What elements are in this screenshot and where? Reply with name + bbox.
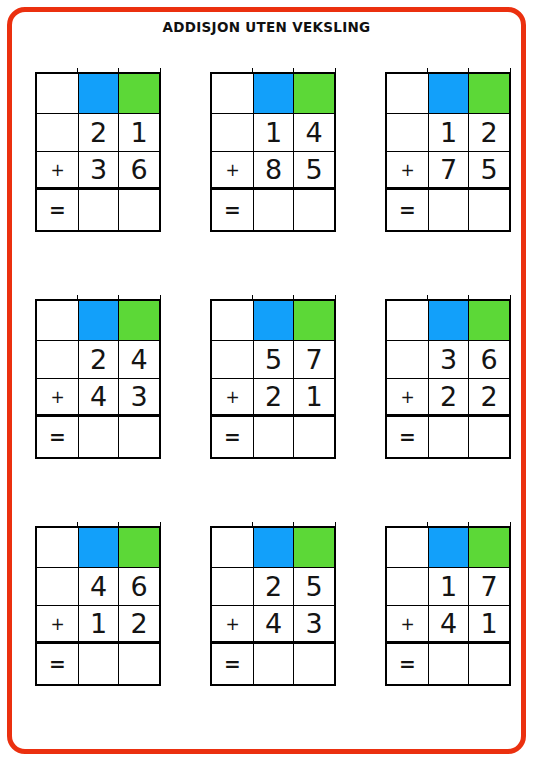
addend1-ones-digit: 5	[294, 568, 334, 606]
worksheet-page: ADDISJON UTEN VEKSLING 2 1 + 3 6 = 1 4 +…	[0, 0, 533, 761]
sum-tens-answer-cell[interactable]	[254, 644, 294, 684]
addend2-tens-digit: 2	[254, 379, 294, 417]
addend2-ones-digit: 2	[469, 379, 509, 417]
header-spacer-cell	[212, 74, 254, 114]
addend2-ones-digit: 6	[119, 152, 159, 190]
addend2-tens-digit: 4	[79, 379, 119, 417]
tens-column-header-cell	[254, 301, 294, 341]
sum-tens-answer-cell[interactable]	[79, 644, 119, 684]
sum-tens-answer-cell[interactable]	[429, 644, 469, 684]
ones-column-header-cell	[294, 74, 334, 114]
plus-operator: +	[387, 606, 429, 644]
sum-ones-answer-cell[interactable]	[119, 644, 159, 684]
tens-column-header-cell	[254, 74, 294, 114]
addend1-ones-digit: 7	[469, 568, 509, 606]
addend1-tens-digit: 4	[79, 568, 119, 606]
addend2-tens-digit: 8	[254, 152, 294, 190]
addend1-tens-digit: 2	[254, 568, 294, 606]
equals-operator: =	[387, 190, 429, 230]
addition-problem-grid: 2 4 + 4 3 =	[35, 299, 161, 459]
addend1-tens-digit: 1	[254, 114, 294, 152]
header-spacer-cell	[37, 74, 79, 114]
equals-operator: =	[212, 190, 254, 230]
addend1-ones-digit: 6	[119, 568, 159, 606]
operator-spacer-cell	[212, 341, 254, 379]
tens-column-header-cell	[429, 301, 469, 341]
sum-tens-answer-cell[interactable]	[429, 417, 469, 457]
plus-operator: +	[387, 152, 429, 190]
operator-spacer-cell	[37, 114, 79, 152]
addend1-ones-digit: 2	[469, 114, 509, 152]
addend1-ones-digit: 4	[294, 114, 334, 152]
operator-spacer-cell	[387, 568, 429, 606]
addend2-tens-digit: 2	[429, 379, 469, 417]
addend1-ones-digit: 6	[469, 341, 509, 379]
ones-column-header-cell	[469, 528, 509, 568]
sum-ones-answer-cell[interactable]	[119, 190, 159, 230]
tens-column-header-cell	[79, 528, 119, 568]
addend2-tens-digit: 7	[429, 152, 469, 190]
plus-operator: +	[37, 606, 79, 644]
ones-column-header-cell	[294, 528, 334, 568]
header-spacer-cell	[387, 74, 429, 114]
sum-ones-answer-cell[interactable]	[469, 417, 509, 457]
addition-problem-grid: 2 1 + 3 6 =	[35, 72, 161, 232]
sum-ones-answer-cell[interactable]	[294, 644, 334, 684]
ones-column-header-cell	[469, 74, 509, 114]
addend2-tens-digit: 3	[79, 152, 119, 190]
sum-ones-answer-cell[interactable]	[469, 644, 509, 684]
tens-column-header-cell	[79, 74, 119, 114]
equals-operator: =	[387, 417, 429, 457]
tens-column-header-cell	[429, 74, 469, 114]
header-spacer-cell	[212, 301, 254, 341]
addend2-tens-digit: 4	[429, 606, 469, 644]
plus-operator: +	[37, 379, 79, 417]
operator-spacer-cell	[387, 341, 429, 379]
operator-spacer-cell	[212, 114, 254, 152]
equals-operator: =	[212, 417, 254, 457]
sum-ones-answer-cell[interactable]	[119, 417, 159, 457]
addend1-tens-digit: 3	[429, 341, 469, 379]
sum-tens-answer-cell[interactable]	[79, 417, 119, 457]
addend1-tens-digit: 2	[79, 114, 119, 152]
operator-spacer-cell	[212, 568, 254, 606]
plus-operator: +	[37, 152, 79, 190]
addend1-ones-digit: 4	[119, 341, 159, 379]
plus-operator: +	[212, 606, 254, 644]
header-spacer-cell	[212, 528, 254, 568]
addition-problem-grid: 5 7 + 2 1 =	[210, 299, 336, 459]
addition-problem-grid: 1 4 + 8 5 =	[210, 72, 336, 232]
addend2-ones-digit: 5	[294, 152, 334, 190]
sum-ones-answer-cell[interactable]	[294, 417, 334, 457]
addend2-ones-digit: 1	[469, 606, 509, 644]
ones-column-header-cell	[294, 301, 334, 341]
sum-tens-answer-cell[interactable]	[254, 417, 294, 457]
addend1-tens-digit: 1	[429, 114, 469, 152]
tens-column-header-cell	[254, 528, 294, 568]
ones-column-header-cell	[469, 301, 509, 341]
addend2-tens-digit: 4	[254, 606, 294, 644]
plus-operator: +	[387, 379, 429, 417]
addition-problem-grid: 3 6 + 2 2 =	[385, 299, 511, 459]
problems-grid-container: 2 1 + 3 6 = 1 4 + 8 5 = 1 2 + 7 5 =	[35, 72, 511, 686]
addend2-ones-digit: 2	[119, 606, 159, 644]
operator-spacer-cell	[37, 568, 79, 606]
addition-problem-grid: 2 5 + 4 3 =	[210, 526, 336, 686]
ones-column-header-cell	[119, 301, 159, 341]
sum-tens-answer-cell[interactable]	[429, 190, 469, 230]
addend2-ones-digit: 3	[119, 379, 159, 417]
addition-problem-grid: 1 2 + 7 5 =	[385, 72, 511, 232]
sum-ones-answer-cell[interactable]	[294, 190, 334, 230]
header-spacer-cell	[387, 301, 429, 341]
addend2-ones-digit: 5	[469, 152, 509, 190]
addend1-ones-digit: 1	[119, 114, 159, 152]
equals-operator: =	[37, 190, 79, 230]
addend2-tens-digit: 1	[79, 606, 119, 644]
header-spacer-cell	[387, 528, 429, 568]
addend2-ones-digit: 3	[294, 606, 334, 644]
addend1-ones-digit: 7	[294, 341, 334, 379]
page-title: ADDISJON UTEN VEKSLING	[0, 19, 533, 35]
sum-ones-answer-cell[interactable]	[469, 190, 509, 230]
header-spacer-cell	[37, 528, 79, 568]
equals-operator: =	[37, 417, 79, 457]
addend1-tens-digit: 1	[429, 568, 469, 606]
ones-column-header-cell	[119, 528, 159, 568]
operator-spacer-cell	[387, 114, 429, 152]
plus-operator: +	[212, 152, 254, 190]
operator-spacer-cell	[37, 341, 79, 379]
addend1-tens-digit: 2	[79, 341, 119, 379]
addend1-tens-digit: 5	[254, 341, 294, 379]
equals-operator: =	[37, 644, 79, 684]
ones-column-header-cell	[119, 74, 159, 114]
plus-operator: +	[212, 379, 254, 417]
tens-column-header-cell	[79, 301, 119, 341]
tens-column-header-cell	[429, 528, 469, 568]
equals-operator: =	[212, 644, 254, 684]
addition-problem-grid: 1 7 + 4 1 =	[385, 526, 511, 686]
addend2-ones-digit: 1	[294, 379, 334, 417]
addition-problem-grid: 4 6 + 1 2 =	[35, 526, 161, 686]
header-spacer-cell	[37, 301, 79, 341]
sum-tens-answer-cell[interactable]	[79, 190, 119, 230]
sum-tens-answer-cell[interactable]	[254, 190, 294, 230]
equals-operator: =	[387, 644, 429, 684]
